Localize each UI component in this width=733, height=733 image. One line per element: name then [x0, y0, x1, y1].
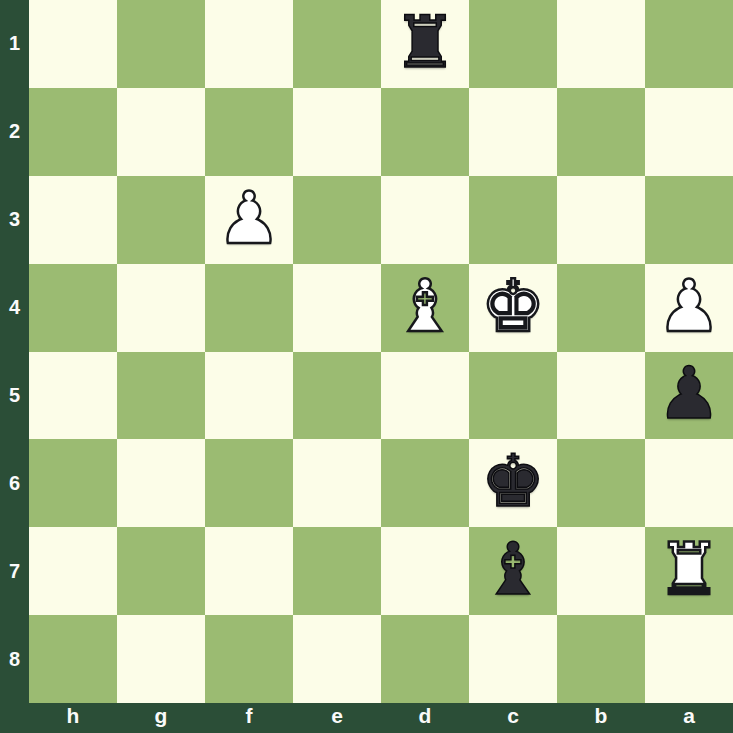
square-d1[interactable]: ♜ — [381, 0, 469, 88]
piece-black-bishop-c7[interactable]: ♝ — [481, 533, 546, 605]
rank-label-3: 3 — [0, 176, 29, 264]
square-f7[interactable] — [205, 527, 293, 615]
rank-label-6: 6 — [0, 439, 29, 527]
square-a1[interactable] — [645, 0, 733, 88]
square-b6[interactable] — [557, 439, 645, 527]
square-c6[interactable]: ♚ — [469, 439, 557, 527]
square-a6[interactable] — [645, 439, 733, 527]
square-b5[interactable] — [557, 352, 645, 440]
square-f1[interactable] — [205, 0, 293, 88]
piece-white-king-c4[interactable]: ♚ — [481, 270, 546, 342]
square-f4[interactable] — [205, 264, 293, 352]
file-label-b: b — [557, 703, 645, 733]
square-f2[interactable] — [205, 88, 293, 176]
square-h7[interactable] — [29, 527, 117, 615]
square-c1[interactable] — [469, 0, 557, 88]
file-label-c: c — [469, 703, 557, 733]
square-f8[interactable] — [205, 615, 293, 703]
square-b1[interactable] — [557, 0, 645, 88]
square-a7[interactable]: ♜ — [645, 527, 733, 615]
square-h3[interactable] — [29, 176, 117, 264]
piece-white-pawn-f3[interactable]: ♟ — [217, 182, 282, 254]
chess-board-panel: 12345678 ♜♟♝♚♟♟♚♝♜ hgfedcba — [0, 0, 733, 733]
piece-black-king-c6[interactable]: ♚ — [481, 445, 546, 517]
square-b4[interactable] — [557, 264, 645, 352]
square-h2[interactable] — [29, 88, 117, 176]
file-label-a: a — [645, 703, 733, 733]
square-g4[interactable] — [117, 264, 205, 352]
board-corner — [0, 703, 29, 733]
square-b8[interactable] — [557, 615, 645, 703]
square-e6[interactable] — [293, 439, 381, 527]
rank-label-5: 5 — [0, 352, 29, 440]
square-a4[interactable]: ♟ — [645, 264, 733, 352]
square-c8[interactable] — [469, 615, 557, 703]
rank-label-2: 2 — [0, 88, 29, 176]
square-b7[interactable] — [557, 527, 645, 615]
square-c7[interactable]: ♝ — [469, 527, 557, 615]
piece-white-bishop-d4[interactable]: ♝ — [393, 270, 458, 342]
rank-label-8: 8 — [0, 615, 29, 703]
square-a5[interactable]: ♟ — [645, 352, 733, 440]
square-d8[interactable] — [381, 615, 469, 703]
square-d3[interactable] — [381, 176, 469, 264]
square-c4[interactable]: ♚ — [469, 264, 557, 352]
square-h5[interactable] — [29, 352, 117, 440]
square-c2[interactable] — [469, 88, 557, 176]
square-e7[interactable] — [293, 527, 381, 615]
square-a2[interactable] — [645, 88, 733, 176]
square-e1[interactable] — [293, 0, 381, 88]
square-g3[interactable] — [117, 176, 205, 264]
file-label-e: e — [293, 703, 381, 733]
square-e4[interactable] — [293, 264, 381, 352]
square-g8[interactable] — [117, 615, 205, 703]
square-f6[interactable] — [205, 439, 293, 527]
square-h4[interactable] — [29, 264, 117, 352]
rank-label-4: 4 — [0, 264, 29, 352]
square-g2[interactable] — [117, 88, 205, 176]
square-g6[interactable] — [117, 439, 205, 527]
square-g5[interactable] — [117, 352, 205, 440]
square-a3[interactable] — [645, 176, 733, 264]
square-g7[interactable] — [117, 527, 205, 615]
square-d2[interactable] — [381, 88, 469, 176]
square-e2[interactable] — [293, 88, 381, 176]
piece-white-rook-a7[interactable]: ♜ — [657, 533, 722, 605]
board: ♜♟♝♚♟♟♚♝♜ — [29, 0, 733, 703]
square-a8[interactable] — [645, 615, 733, 703]
square-h1[interactable] — [29, 0, 117, 88]
square-f3[interactable]: ♟ — [205, 176, 293, 264]
file-label-f: f — [205, 703, 293, 733]
piece-white-pawn-a4[interactable]: ♟ — [657, 270, 722, 342]
square-b2[interactable] — [557, 88, 645, 176]
square-f5[interactable] — [205, 352, 293, 440]
file-label-d: d — [381, 703, 469, 733]
square-e3[interactable] — [293, 176, 381, 264]
square-e5[interactable] — [293, 352, 381, 440]
square-d7[interactable] — [381, 527, 469, 615]
file-labels: hgfedcba — [29, 703, 733, 733]
square-c3[interactable] — [469, 176, 557, 264]
square-b3[interactable] — [557, 176, 645, 264]
square-d4[interactable]: ♝ — [381, 264, 469, 352]
file-label-h: h — [29, 703, 117, 733]
rank-label-7: 7 — [0, 527, 29, 615]
square-g1[interactable] — [117, 0, 205, 88]
rank-label-1: 1 — [0, 0, 29, 88]
piece-black-pawn-a5[interactable]: ♟ — [657, 357, 722, 429]
rank-labels: 12345678 — [0, 0, 29, 703]
square-c5[interactable] — [469, 352, 557, 440]
square-h8[interactable] — [29, 615, 117, 703]
square-h6[interactable] — [29, 439, 117, 527]
piece-black-rook-d1[interactable]: ♜ — [393, 6, 458, 78]
file-label-g: g — [117, 703, 205, 733]
square-e8[interactable] — [293, 615, 381, 703]
square-d6[interactable] — [381, 439, 469, 527]
square-d5[interactable] — [381, 352, 469, 440]
